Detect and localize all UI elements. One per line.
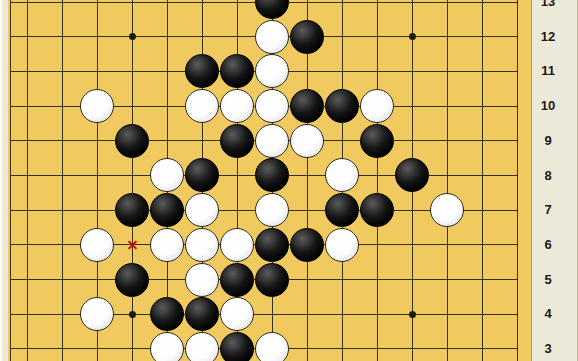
black-stone (220, 54, 254, 88)
intersection-b11[interactable] (45, 54, 80, 89)
intersection-i10[interactable] (290, 89, 325, 124)
white-stone (220, 297, 254, 331)
black-stone (185, 158, 219, 192)
intersection-k8[interactable] (360, 158, 395, 193)
intersection-d7[interactable] (115, 193, 150, 228)
intersection-m10[interactable] (430, 89, 465, 124)
star-point (129, 311, 136, 318)
intersection-f11[interactable] (185, 54, 220, 89)
intersection-l4[interactable] (395, 297, 430, 332)
intersection-b4[interactable] (45, 297, 80, 332)
intersection-k5[interactable] (360, 262, 395, 297)
black-stone (255, 158, 289, 192)
intersection-n4[interactable] (465, 297, 500, 332)
intersection-g9[interactable] (220, 123, 255, 158)
white-stone (150, 332, 184, 361)
intersection-i7[interactable] (290, 193, 325, 228)
intersection-n12[interactable] (465, 19, 500, 54)
row-label-7: 7 (533, 200, 563, 220)
intersection-f5[interactable] (185, 262, 220, 297)
white-stone (430, 193, 464, 227)
intersection-o9[interactable] (500, 123, 535, 158)
intersection-l13[interactable] (395, 0, 430, 19)
black-stone (325, 89, 359, 123)
intersection-h6[interactable] (255, 227, 290, 262)
intersection-o7[interactable] (500, 193, 535, 228)
intersection-e4[interactable] (150, 297, 185, 332)
intersection-e11[interactable] (150, 54, 185, 89)
white-stone (150, 228, 184, 262)
white-stone (255, 193, 289, 227)
intersection-c13[interactable] (80, 0, 115, 19)
intersection-b9[interactable] (45, 123, 80, 158)
intersection-k6[interactable] (360, 227, 395, 262)
row-label-4: 4 (533, 304, 563, 324)
row-coordinates-panel: 131211109876543 (531, 0, 578, 361)
row-label-13: 13 (533, 0, 563, 12)
intersection-m12[interactable] (430, 19, 465, 54)
black-stone (115, 193, 149, 227)
intersection-c8[interactable] (80, 158, 115, 193)
intersection-j5[interactable] (325, 262, 360, 297)
intersection-b7[interactable] (45, 193, 80, 228)
black-stone (325, 193, 359, 227)
row-label-3: 3 (533, 339, 563, 359)
intersection-j10[interactable] (325, 89, 360, 124)
intersection-k11[interactable] (360, 54, 395, 89)
star-point (409, 311, 416, 318)
intersection-e3[interactable] (150, 332, 185, 361)
intersection-b3[interactable] (45, 332, 80, 361)
intersection-a9[interactable] (10, 123, 45, 158)
black-stone (185, 54, 219, 88)
intersection-m3[interactable] (430, 332, 465, 361)
row-label-11: 11 (533, 61, 563, 81)
black-stone (220, 332, 254, 361)
intersection-f13[interactable] (185, 0, 220, 19)
intersection-j8[interactable] (325, 158, 360, 193)
white-stone (325, 228, 359, 262)
intersection-e7[interactable] (150, 193, 185, 228)
intersection-g11[interactable] (220, 54, 255, 89)
intersection-n10[interactable] (465, 89, 500, 124)
intersection-g13[interactable] (220, 0, 255, 19)
intersection-i3[interactable] (290, 332, 325, 361)
intersection-m5[interactable] (430, 262, 465, 297)
intersection-m11[interactable] (430, 54, 465, 89)
intersection-k3[interactable] (360, 332, 395, 361)
intersection-d5[interactable] (115, 262, 150, 297)
intersection-h8[interactable] (255, 158, 290, 193)
white-stone (185, 332, 219, 361)
intersection-m4[interactable] (430, 297, 465, 332)
intersection-c3[interactable] (80, 332, 115, 361)
black-stone (185, 297, 219, 331)
intersection-o12[interactable] (500, 19, 535, 54)
intersection-i9[interactable] (290, 123, 325, 158)
goban[interactable] (10, 0, 535, 361)
row-label-5: 5 (533, 270, 563, 290)
intersection-c6[interactable] (80, 227, 115, 262)
intersection-l11[interactable] (395, 54, 430, 89)
intersection-f9[interactable] (185, 123, 220, 158)
white-stone (185, 263, 219, 297)
intersection-b6[interactable] (45, 227, 80, 262)
intersection-g4[interactable] (220, 297, 255, 332)
intersection-m8[interactable] (430, 158, 465, 193)
black-stone (395, 158, 429, 192)
intersection-k7[interactable] (360, 193, 395, 228)
white-stone (255, 20, 289, 54)
intersection-i4[interactable] (290, 297, 325, 332)
intersection-b13[interactable] (45, 0, 80, 19)
intersection-n5[interactable] (465, 262, 500, 297)
white-stone (290, 124, 324, 158)
black-stone (360, 193, 394, 227)
white-stone (80, 228, 114, 262)
intersection-n11[interactable] (465, 54, 500, 89)
intersection-f4[interactable] (185, 297, 220, 332)
intersection-i5[interactable] (290, 262, 325, 297)
black-stone (290, 89, 324, 123)
intersection-h9[interactable] (255, 123, 290, 158)
intersection-d3[interactable] (115, 332, 150, 361)
star-point (129, 33, 136, 40)
white-stone (255, 54, 289, 88)
intersection-j11[interactable] (325, 54, 360, 89)
intersection-h4[interactable] (255, 297, 290, 332)
intersection-b5[interactable] (45, 262, 80, 297)
intersection-c4[interactable] (80, 297, 115, 332)
intersection-a8[interactable] (10, 158, 45, 193)
row-label-10: 10 (533, 96, 563, 116)
intersection-h10[interactable] (255, 89, 290, 124)
intersection-h13[interactable] (255, 0, 290, 19)
intersection-f7[interactable] (185, 193, 220, 228)
intersection-h7[interactable] (255, 193, 290, 228)
intersection-n9[interactable] (465, 123, 500, 158)
intersection-d9[interactable] (115, 123, 150, 158)
black-stone (115, 124, 149, 158)
white-stone (360, 89, 394, 123)
black-stone (360, 124, 394, 158)
window-margin (0, 0, 8, 361)
intersection-a4[interactable] (10, 297, 45, 332)
row-label-12: 12 (533, 27, 563, 47)
intersection-a6[interactable] (10, 227, 45, 262)
intersection-e9[interactable] (150, 123, 185, 158)
intersection-o10[interactable] (500, 89, 535, 124)
black-stone (115, 263, 149, 297)
intersection-n6[interactable] (465, 227, 500, 262)
intersection-l9[interactable] (395, 123, 430, 158)
black-stone (290, 228, 324, 262)
white-stone (325, 158, 359, 192)
intersection-o13[interactable] (500, 0, 535, 19)
intersection-j7[interactable] (325, 193, 360, 228)
intersection-g6[interactable] (220, 227, 255, 262)
white-stone (80, 297, 114, 331)
intersection-f8[interactable] (185, 158, 220, 193)
intersection-d12[interactable] (115, 19, 150, 54)
white-stone (185, 228, 219, 262)
intersection-o11[interactable] (500, 54, 535, 89)
intersection-a11[interactable] (10, 54, 45, 89)
intersection-o3[interactable] (500, 332, 535, 361)
intersection-e12[interactable] (150, 19, 185, 54)
intersection-i12[interactable] (290, 19, 325, 54)
intersection-m6[interactable] (430, 227, 465, 262)
intersection-g8[interactable] (220, 158, 255, 193)
white-stone (80, 89, 114, 123)
intersection-l10[interactable] (395, 89, 430, 124)
intersection-f6[interactable] (185, 227, 220, 262)
intersection-c7[interactable] (80, 193, 115, 228)
intersection-e5[interactable] (150, 262, 185, 297)
intersection-j12[interactable] (325, 19, 360, 54)
intersection-o4[interactable] (500, 297, 535, 332)
intersection-a3[interactable] (10, 332, 45, 361)
intersection-l8[interactable] (395, 158, 430, 193)
white-stone (220, 89, 254, 123)
intersection-e8[interactable] (150, 158, 185, 193)
intersection-e6[interactable] (150, 227, 185, 262)
intersection-d13[interactable] (115, 0, 150, 19)
intersection-m7[interactable] (430, 193, 465, 228)
intersection-g7[interactable] (220, 193, 255, 228)
intersection-b12[interactable] (45, 19, 80, 54)
white-stone (255, 124, 289, 158)
intersection-i11[interactable] (290, 54, 325, 89)
intersection-a10[interactable] (10, 89, 45, 124)
intersection-a5[interactable] (10, 262, 45, 297)
intersection-e10[interactable] (150, 89, 185, 124)
black-stone (220, 124, 254, 158)
intersection-n13[interactable] (465, 0, 500, 19)
intersection-n3[interactable] (465, 332, 500, 361)
intersection-d4[interactable] (115, 297, 150, 332)
intersection-m9[interactable] (430, 123, 465, 158)
intersection-j13[interactable] (325, 0, 360, 19)
intersection-k10[interactable] (360, 89, 395, 124)
black-stone (290, 20, 324, 54)
intersection-a12[interactable] (10, 19, 45, 54)
intersection-c12[interactable] (80, 19, 115, 54)
intersection-l3[interactable] (395, 332, 430, 361)
intersection-l5[interactable] (395, 262, 430, 297)
intersection-h12[interactable] (255, 19, 290, 54)
intersection-c11[interactable] (80, 54, 115, 89)
intersection-k4[interactable] (360, 297, 395, 332)
intersection-o6[interactable] (500, 227, 535, 262)
intersection-n7[interactable] (465, 193, 500, 228)
star-point (409, 33, 416, 40)
intersection-j3[interactable] (325, 332, 360, 361)
intersection-f3[interactable] (185, 332, 220, 361)
intersection-o5[interactable] (500, 262, 535, 297)
intersection-d10[interactable] (115, 89, 150, 124)
intersection-d11[interactable] (115, 54, 150, 89)
intersection-c5[interactable] (80, 262, 115, 297)
intersection-g12[interactable] (220, 19, 255, 54)
intersection-k9[interactable] (360, 123, 395, 158)
black-stone (255, 263, 289, 297)
intersection-f12[interactable] (185, 19, 220, 54)
intersection-i13[interactable] (290, 0, 325, 19)
white-stone (150, 158, 184, 192)
intersection-c9[interactable] (80, 123, 115, 158)
intersection-m13[interactable] (430, 0, 465, 19)
intersection-k13[interactable] (360, 0, 395, 19)
intersection-g3[interactable] (220, 332, 255, 361)
white-stone (255, 332, 289, 361)
intersection-g5[interactable] (220, 262, 255, 297)
black-stone (255, 0, 289, 19)
white-stone (220, 228, 254, 262)
intersection-l6[interactable] (395, 227, 430, 262)
intersection-k12[interactable] (360, 19, 395, 54)
intersection-j6[interactable] (325, 227, 360, 262)
intersection-l7[interactable] (395, 193, 430, 228)
intersection-n8[interactable] (465, 158, 500, 193)
red-x-marker (127, 239, 138, 250)
intersection-i6[interactable] (290, 227, 325, 262)
white-stone (255, 89, 289, 123)
intersection-h3[interactable] (255, 332, 290, 361)
intersection-c10[interactable] (80, 89, 115, 124)
intersection-b10[interactable] (45, 89, 80, 124)
intersection-h5[interactable] (255, 262, 290, 297)
black-stone (150, 193, 184, 227)
intersection-j4[interactable] (325, 297, 360, 332)
black-stone (220, 263, 254, 297)
intersection-a7[interactable] (10, 193, 45, 228)
white-stone (185, 193, 219, 227)
intersection-d8[interactable] (115, 158, 150, 193)
intersection-f10[interactable] (185, 89, 220, 124)
intersection-a13[interactable] (10, 0, 45, 19)
row-label-9: 9 (533, 131, 563, 151)
intersection-i8[interactable] (290, 158, 325, 193)
intersection-d6[interactable] (115, 227, 150, 262)
intersection-g10[interactable] (220, 89, 255, 124)
intersection-e13[interactable] (150, 0, 185, 19)
intersection-b8[interactable] (45, 158, 80, 193)
row-label-8: 8 (533, 166, 563, 186)
intersection-j9[interactable] (325, 123, 360, 158)
intersection-h11[interactable] (255, 54, 290, 89)
black-stone (255, 228, 289, 262)
white-stone (185, 89, 219, 123)
black-stone (150, 297, 184, 331)
intersection-o8[interactable] (500, 158, 535, 193)
intersection-l12[interactable] (395, 19, 430, 54)
game-window: 131211109876543 (0, 0, 578, 361)
row-label-6: 6 (533, 235, 563, 255)
